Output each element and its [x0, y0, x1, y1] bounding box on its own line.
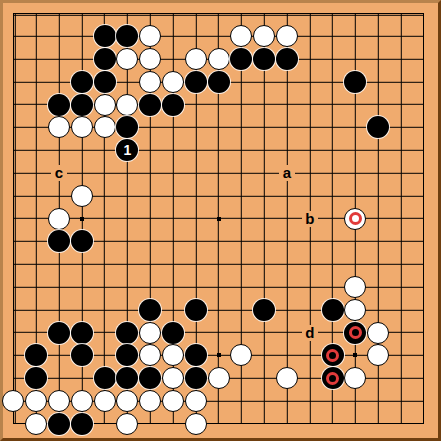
- intersection-T14[interactable]: [412, 116, 435, 139]
- intersection-R7[interactable]: [367, 276, 390, 299]
- intersection-B16[interactable]: [25, 70, 48, 93]
- intersection-F15[interactable]: [116, 93, 139, 116]
- intersection-M6[interactable]: [253, 298, 276, 321]
- intersection-S5[interactable]: [390, 321, 413, 344]
- black-stone[interactable]: [71, 230, 93, 252]
- white-stone[interactable]: [344, 367, 366, 389]
- intersection-P18[interactable]: [321, 25, 344, 48]
- intersection-O5[interactable]: d: [298, 321, 321, 344]
- intersection-R17[interactable]: [367, 48, 390, 71]
- intersection-D17[interactable]: [70, 48, 93, 71]
- black-stone[interactable]: [94, 48, 116, 70]
- intersection-A7[interactable]: [2, 276, 25, 299]
- intersection-T16[interactable]: [412, 70, 435, 93]
- intersection-P7[interactable]: [321, 276, 344, 299]
- intersection-K6[interactable]: [207, 298, 230, 321]
- intersection-B3[interactable]: [25, 367, 48, 390]
- intersection-T7[interactable]: [412, 276, 435, 299]
- intersection-H13[interactable]: [162, 139, 185, 162]
- intersection-B18[interactable]: [25, 25, 48, 48]
- intersection-R8[interactable]: [367, 253, 390, 276]
- intersection-T17[interactable]: [412, 48, 435, 71]
- intersection-T13[interactable]: [412, 139, 435, 162]
- intersection-D12[interactable]: [70, 162, 93, 185]
- intersection-R12[interactable]: [367, 162, 390, 185]
- intersection-J7[interactable]: [184, 276, 207, 299]
- intersection-H12[interactable]: [162, 162, 185, 185]
- intersection-K7[interactable]: [207, 276, 230, 299]
- intersection-E14[interactable]: [93, 116, 116, 139]
- intersection-E5[interactable]: [93, 321, 116, 344]
- black-stone[interactable]: [185, 367, 207, 389]
- intersection-C17[interactable]: [48, 48, 71, 71]
- white-stone[interactable]: [367, 344, 389, 366]
- intersection-Q1[interactable]: [344, 412, 367, 435]
- intersection-K12[interactable]: [207, 162, 230, 185]
- intersection-E16[interactable]: [93, 70, 116, 93]
- intersection-O4[interactable]: [298, 344, 321, 367]
- intersection-K1[interactable]: [207, 412, 230, 435]
- intersection-Q5[interactable]: [344, 321, 367, 344]
- intersection-H8[interactable]: [162, 253, 185, 276]
- intersection-L11[interactable]: [230, 184, 253, 207]
- intersection-T11[interactable]: [412, 184, 435, 207]
- white-stone[interactable]: [139, 390, 161, 412]
- intersection-H19[interactable]: [162, 2, 185, 25]
- intersection-B10[interactable]: [25, 207, 48, 230]
- white-stone[interactable]: [162, 344, 184, 366]
- intersection-K4[interactable]: [207, 344, 230, 367]
- white-stone[interactable]: [208, 48, 230, 70]
- intersection-E1[interactable]: [93, 412, 116, 435]
- intersection-N16[interactable]: [276, 70, 299, 93]
- intersection-D5[interactable]: [70, 321, 93, 344]
- black-stone[interactable]: [253, 299, 275, 321]
- intersection-M13[interactable]: [253, 139, 276, 162]
- intersection-E7[interactable]: [93, 276, 116, 299]
- intersection-R2[interactable]: [367, 390, 390, 413]
- intersection-P9[interactable]: [321, 230, 344, 253]
- intersection-E11[interactable]: [93, 184, 116, 207]
- intersection-C16[interactable]: [48, 70, 71, 93]
- intersection-T6[interactable]: [412, 298, 435, 321]
- intersection-E17[interactable]: [93, 48, 116, 71]
- intersection-S13[interactable]: [390, 139, 413, 162]
- intersection-R16[interactable]: [367, 70, 390, 93]
- intersection-K3[interactable]: [207, 367, 230, 390]
- intersection-F3[interactable]: [116, 367, 139, 390]
- intersection-L4[interactable]: [230, 344, 253, 367]
- intersection-A5[interactable]: [2, 321, 25, 344]
- white-stone[interactable]: [116, 390, 138, 412]
- intersection-K14[interactable]: [207, 116, 230, 139]
- intersection-F11[interactable]: [116, 184, 139, 207]
- black-stone[interactable]: [208, 71, 230, 93]
- intersection-P19[interactable]: [321, 2, 344, 25]
- intersection-C15[interactable]: [48, 93, 71, 116]
- intersection-R4[interactable]: [367, 344, 390, 367]
- intersection-E18[interactable]: [93, 25, 116, 48]
- black-stone[interactable]: [139, 299, 161, 321]
- intersection-O16[interactable]: [298, 70, 321, 93]
- intersection-Q7[interactable]: [344, 276, 367, 299]
- intersection-G9[interactable]: [139, 230, 162, 253]
- intersection-H9[interactable]: [162, 230, 185, 253]
- intersection-P5[interactable]: [321, 321, 344, 344]
- intersection-J14[interactable]: [184, 116, 207, 139]
- intersection-H14[interactable]: [162, 116, 185, 139]
- intersection-R9[interactable]: [367, 230, 390, 253]
- intersection-G15[interactable]: [139, 93, 162, 116]
- intersection-F18[interactable]: [116, 25, 139, 48]
- black-stone[interactable]: [48, 230, 70, 252]
- intersection-T5[interactable]: [412, 321, 435, 344]
- white-stone[interactable]: [185, 390, 207, 412]
- intersection-O18[interactable]: [298, 25, 321, 48]
- intersection-R13[interactable]: [367, 139, 390, 162]
- black-stone[interactable]: [94, 367, 116, 389]
- black-stone[interactable]: [71, 344, 93, 366]
- intersection-C1[interactable]: [48, 412, 71, 435]
- intersection-H7[interactable]: [162, 276, 185, 299]
- intersection-K5[interactable]: [207, 321, 230, 344]
- intersection-K15[interactable]: [207, 93, 230, 116]
- intersection-D8[interactable]: [70, 253, 93, 276]
- intersection-L10[interactable]: [230, 207, 253, 230]
- intersection-R15[interactable]: [367, 93, 390, 116]
- intersection-A8[interactable]: [2, 253, 25, 276]
- intersection-J5[interactable]: [184, 321, 207, 344]
- intersection-A3[interactable]: [2, 367, 25, 390]
- intersection-N17[interactable]: [276, 48, 299, 71]
- intersection-J4[interactable]: [184, 344, 207, 367]
- intersection-Q14[interactable]: [344, 116, 367, 139]
- intersection-M5[interactable]: [253, 321, 276, 344]
- intersection-H6[interactable]: [162, 298, 185, 321]
- intersection-H1[interactable]: [162, 412, 185, 435]
- intersection-L6[interactable]: [230, 298, 253, 321]
- intersection-L3[interactable]: [230, 367, 253, 390]
- intersection-C2[interactable]: [48, 390, 71, 413]
- intersection-G3[interactable]: [139, 367, 162, 390]
- black-stone[interactable]: [94, 25, 116, 47]
- intersection-Q3[interactable]: [344, 367, 367, 390]
- intersection-B11[interactable]: [25, 184, 48, 207]
- white-stone[interactable]: [162, 71, 184, 93]
- intersection-T10[interactable]: [412, 207, 435, 230]
- intersection-L12[interactable]: [230, 162, 253, 185]
- intersection-T9[interactable]: [412, 230, 435, 253]
- intersection-B12[interactable]: [25, 162, 48, 185]
- intersection-G18[interactable]: [139, 25, 162, 48]
- intersection-C10[interactable]: [48, 207, 71, 230]
- intersection-F12[interactable]: [116, 162, 139, 185]
- intersection-J19[interactable]: [184, 2, 207, 25]
- intersection-Q13[interactable]: [344, 139, 367, 162]
- intersection-S9[interactable]: [390, 230, 413, 253]
- intersection-Q15[interactable]: [344, 93, 367, 116]
- white-stone[interactable]: [25, 390, 47, 412]
- intersection-M12[interactable]: [253, 162, 276, 185]
- intersection-C8[interactable]: [48, 253, 71, 276]
- intersection-B5[interactable]: [25, 321, 48, 344]
- intersection-S8[interactable]: [390, 253, 413, 276]
- intersection-F7[interactable]: [116, 276, 139, 299]
- white-stone[interactable]: [71, 185, 93, 207]
- black-stone[interactable]: [185, 299, 207, 321]
- intersection-P11[interactable]: [321, 184, 344, 207]
- white-stone[interactable]: [71, 390, 93, 412]
- black-stone[interactable]: [116, 344, 138, 366]
- intersection-J13[interactable]: [184, 139, 207, 162]
- intersection-E4[interactable]: [93, 344, 116, 367]
- intersection-D16[interactable]: [70, 70, 93, 93]
- intersection-S14[interactable]: [390, 116, 413, 139]
- black-stone[interactable]: [71, 413, 93, 435]
- intersection-A9[interactable]: [2, 230, 25, 253]
- intersection-E6[interactable]: [93, 298, 116, 321]
- intersection-N10[interactable]: [276, 207, 299, 230]
- intersection-E12[interactable]: [93, 162, 116, 185]
- intersection-D9[interactable]: [70, 230, 93, 253]
- intersection-P17[interactable]: [321, 48, 344, 71]
- black-stone[interactable]: [253, 48, 275, 70]
- black-stone[interactable]: [71, 71, 93, 93]
- intersection-N6[interactable]: [276, 298, 299, 321]
- white-stone[interactable]: [230, 25, 252, 47]
- black-stone[interactable]: [185, 71, 207, 93]
- black-stone[interactable]: [322, 299, 344, 321]
- intersection-S15[interactable]: [390, 93, 413, 116]
- intersection-N18[interactable]: [276, 25, 299, 48]
- intersection-Q10[interactable]: [344, 207, 367, 230]
- black-stone[interactable]: [48, 413, 70, 435]
- black-stone[interactable]: [276, 48, 298, 70]
- intersection-R5[interactable]: [367, 321, 390, 344]
- intersection-M11[interactable]: [253, 184, 276, 207]
- intersection-G19[interactable]: [139, 2, 162, 25]
- intersection-J3[interactable]: [184, 367, 207, 390]
- intersection-J8[interactable]: [184, 253, 207, 276]
- intersection-F1[interactable]: [116, 412, 139, 435]
- intersection-N4[interactable]: [276, 344, 299, 367]
- intersection-L2[interactable]: [230, 390, 253, 413]
- intersection-J6[interactable]: [184, 298, 207, 321]
- intersection-D4[interactable]: [70, 344, 93, 367]
- intersection-O7[interactable]: [298, 276, 321, 299]
- intersection-J17[interactable]: [184, 48, 207, 71]
- white-stone[interactable]: [25, 413, 47, 435]
- intersection-O15[interactable]: [298, 93, 321, 116]
- intersection-N7[interactable]: [276, 276, 299, 299]
- intersection-M8[interactable]: [253, 253, 276, 276]
- intersection-R11[interactable]: [367, 184, 390, 207]
- black-stone[interactable]: [94, 71, 116, 93]
- intersection-A17[interactable]: [2, 48, 25, 71]
- intersection-O11[interactable]: [298, 184, 321, 207]
- intersection-E15[interactable]: [93, 93, 116, 116]
- intersection-P2[interactable]: [321, 390, 344, 413]
- intersection-P12[interactable]: [321, 162, 344, 185]
- intersection-M18[interactable]: [253, 25, 276, 48]
- white-stone[interactable]: [116, 413, 138, 435]
- intersection-N15[interactable]: [276, 93, 299, 116]
- black-stone[interactable]: [367, 116, 389, 138]
- intersection-E8[interactable]: [93, 253, 116, 276]
- intersection-Q4[interactable]: [344, 344, 367, 367]
- black-stone[interactable]: [71, 322, 93, 344]
- intersection-E10[interactable]: [93, 207, 116, 230]
- black-stone[interactable]: [344, 322, 366, 344]
- intersection-F6[interactable]: [116, 298, 139, 321]
- intersection-A18[interactable]: [2, 25, 25, 48]
- intersection-M4[interactable]: [253, 344, 276, 367]
- intersection-D2[interactable]: [70, 390, 93, 413]
- intersection-R19[interactable]: [367, 2, 390, 25]
- intersection-B13[interactable]: [25, 139, 48, 162]
- intersection-G4[interactable]: [139, 344, 162, 367]
- intersection-P4[interactable]: [321, 344, 344, 367]
- intersection-A16[interactable]: [2, 70, 25, 93]
- black-stone[interactable]: [344, 71, 366, 93]
- black-stone[interactable]: [48, 322, 70, 344]
- white-stone[interactable]: [139, 48, 161, 70]
- intersection-L9[interactable]: [230, 230, 253, 253]
- intersection-O1[interactable]: [298, 412, 321, 435]
- intersection-O3[interactable]: [298, 367, 321, 390]
- intersection-Q6[interactable]: [344, 298, 367, 321]
- intersection-L8[interactable]: [230, 253, 253, 276]
- intersection-L7[interactable]: [230, 276, 253, 299]
- intersection-O17[interactable]: [298, 48, 321, 71]
- intersection-L1[interactable]: [230, 412, 253, 435]
- intersection-G5[interactable]: [139, 321, 162, 344]
- intersection-L13[interactable]: [230, 139, 253, 162]
- intersection-O6[interactable]: [298, 298, 321, 321]
- white-stone[interactable]: [48, 208, 70, 230]
- intersection-O10[interactable]: b: [298, 207, 321, 230]
- intersection-N11[interactable]: [276, 184, 299, 207]
- intersection-G6[interactable]: [139, 298, 162, 321]
- intersection-Q17[interactable]: [344, 48, 367, 71]
- intersection-N9[interactable]: [276, 230, 299, 253]
- intersection-L18[interactable]: [230, 25, 253, 48]
- intersection-F5[interactable]: [116, 321, 139, 344]
- black-stone[interactable]: [116, 322, 138, 344]
- intersection-M14[interactable]: [253, 116, 276, 139]
- white-stone[interactable]: [253, 25, 275, 47]
- intersection-L14[interactable]: [230, 116, 253, 139]
- intersection-R3[interactable]: [367, 367, 390, 390]
- intersection-L5[interactable]: [230, 321, 253, 344]
- intersection-M16[interactable]: [253, 70, 276, 93]
- black-stone[interactable]: [185, 344, 207, 366]
- intersection-J11[interactable]: [184, 184, 207, 207]
- intersection-F9[interactable]: [116, 230, 139, 253]
- intersection-P13[interactable]: [321, 139, 344, 162]
- intersection-H2[interactable]: [162, 390, 185, 413]
- white-stone[interactable]: [276, 25, 298, 47]
- intersection-K13[interactable]: [207, 139, 230, 162]
- intersection-N12[interactable]: a: [276, 162, 299, 185]
- white-stone[interactable]: [139, 25, 161, 47]
- intersection-P10[interactable]: [321, 207, 344, 230]
- intersection-H18[interactable]: [162, 25, 185, 48]
- intersection-K9[interactable]: [207, 230, 230, 253]
- intersection-J18[interactable]: [184, 25, 207, 48]
- white-stone[interactable]: [94, 116, 116, 138]
- intersection-C5[interactable]: [48, 321, 71, 344]
- intersection-C13[interactable]: [48, 139, 71, 162]
- intersection-O12[interactable]: [298, 162, 321, 185]
- intersection-P1[interactable]: [321, 412, 344, 435]
- black-stone[interactable]: [71, 94, 93, 116]
- black-stone[interactable]: [162, 94, 184, 116]
- white-stone[interactable]: [230, 344, 252, 366]
- intersection-D3[interactable]: [70, 367, 93, 390]
- intersection-D14[interactable]: [70, 116, 93, 139]
- intersection-A19[interactable]: [2, 2, 25, 25]
- black-stone[interactable]: [230, 48, 252, 70]
- intersection-T2[interactable]: [412, 390, 435, 413]
- intersection-M9[interactable]: [253, 230, 276, 253]
- intersection-N3[interactable]: [276, 367, 299, 390]
- intersection-T8[interactable]: [412, 253, 435, 276]
- intersection-T1[interactable]: [412, 412, 435, 435]
- intersection-P3[interactable]: [321, 367, 344, 390]
- white-stone[interactable]: [367, 322, 389, 344]
- intersection-K17[interactable]: [207, 48, 230, 71]
- intersection-P14[interactable]: [321, 116, 344, 139]
- white-stone[interactable]: [139, 322, 161, 344]
- intersection-M2[interactable]: [253, 390, 276, 413]
- black-stone[interactable]: [116, 25, 138, 47]
- intersection-T15[interactable]: [412, 93, 435, 116]
- intersection-C12[interactable]: c: [48, 162, 71, 185]
- white-stone[interactable]: [344, 276, 366, 298]
- white-stone[interactable]: [139, 344, 161, 366]
- intersection-E2[interactable]: [93, 390, 116, 413]
- intersection-G16[interactable]: [139, 70, 162, 93]
- intersection-D13[interactable]: [70, 139, 93, 162]
- intersection-E19[interactable]: [93, 2, 116, 25]
- intersection-M3[interactable]: [253, 367, 276, 390]
- intersection-C9[interactable]: [48, 230, 71, 253]
- intersection-H4[interactable]: [162, 344, 185, 367]
- intersection-Q2[interactable]: [344, 390, 367, 413]
- intersection-D11[interactable]: [70, 184, 93, 207]
- intersection-G7[interactable]: [139, 276, 162, 299]
- intersection-G8[interactable]: [139, 253, 162, 276]
- intersection-S6[interactable]: [390, 298, 413, 321]
- intersection-D10[interactable]: [70, 207, 93, 230]
- white-stone[interactable]: [162, 390, 184, 412]
- intersection-S19[interactable]: [390, 2, 413, 25]
- intersection-C11[interactable]: [48, 184, 71, 207]
- intersection-B19[interactable]: [25, 2, 48, 25]
- intersection-Q12[interactable]: [344, 162, 367, 185]
- intersection-S7[interactable]: [390, 276, 413, 299]
- intersection-B9[interactable]: [25, 230, 48, 253]
- intersection-F13[interactable]: 1: [116, 139, 139, 162]
- intersection-M10[interactable]: [253, 207, 276, 230]
- intersection-A13[interactable]: [2, 139, 25, 162]
- intersection-H15[interactable]: [162, 93, 185, 116]
- intersection-C19[interactable]: [48, 2, 71, 25]
- intersection-E3[interactable]: [93, 367, 116, 390]
- intersection-R14[interactable]: [367, 116, 390, 139]
- intersection-C4[interactable]: [48, 344, 71, 367]
